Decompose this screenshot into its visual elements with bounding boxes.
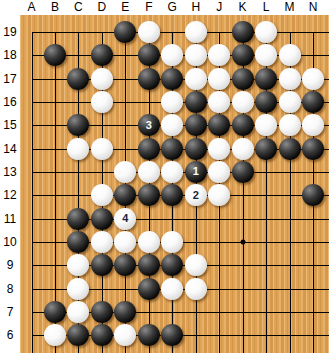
black-stone[interactable] [161,184,183,206]
white-stone[interactable] [91,68,113,90]
black-stone[interactable] [255,68,277,90]
black-stone[interactable] [138,184,160,206]
grid-line-h [32,32,329,33]
black-stone[interactable] [255,91,277,113]
black-stone[interactable] [161,254,183,276]
white-stone[interactable] [255,21,277,43]
go-board[interactable]: 3124 [20,15,329,353]
white-stone[interactable] [185,254,207,276]
white-stone[interactable] [279,91,301,113]
white-stone[interactable] [114,161,136,183]
row-label: 8 [7,282,14,296]
black-stone[interactable] [67,231,89,253]
white-stone[interactable] [302,68,324,90]
grid-line-v [32,32,33,353]
black-stone[interactable]: 3 [138,114,160,136]
row-label: 15 [3,118,16,132]
black-stone[interactable] [302,184,324,206]
row-label: 10 [3,235,16,249]
move-number-label: 3 [146,120,152,131]
black-stone[interactable] [138,278,160,300]
black-stone[interactable] [138,44,160,66]
white-stone[interactable] [185,44,207,66]
row-label: 7 [7,305,14,319]
black-stone[interactable] [208,114,230,136]
black-stone[interactable] [279,138,301,160]
black-stone[interactable] [91,254,113,276]
black-stone[interactable] [91,301,113,323]
row-label: 14 [3,142,16,156]
column-label: G [168,0,177,14]
black-stone[interactable] [138,68,160,90]
row-label: 9 [7,258,14,272]
white-stone[interactable] [91,91,113,113]
move-number-label: 1 [193,166,199,177]
white-stone[interactable] [232,91,254,113]
white-stone[interactable] [208,91,230,113]
white-stone[interactable] [161,91,183,113]
column-label: K [239,0,247,14]
white-stone[interactable] [255,44,277,66]
row-label: 17 [3,72,16,86]
white-stone[interactable] [67,138,89,160]
white-stone[interactable] [208,68,230,90]
black-stone[interactable] [232,114,254,136]
white-stone[interactable] [138,231,160,253]
white-stone[interactable] [255,114,277,136]
white-stone[interactable] [138,161,160,183]
black-stone[interactable] [138,254,160,276]
row-label: 16 [3,95,16,109]
white-stone[interactable]: 2 [185,184,207,206]
black-stone[interactable] [114,21,136,43]
black-stone[interactable] [161,68,183,90]
row-label: 11 [4,212,16,226]
column-label: L [263,0,270,14]
black-stone[interactable] [302,91,324,113]
white-stone[interactable] [67,254,89,276]
white-stone[interactable] [138,21,160,43]
column-label: E [121,0,129,14]
white-stone[interactable] [279,114,301,136]
white-stone[interactable] [232,138,254,160]
go-diagram: 3124 ABCDEFGHJKLMN1918171615141312111098… [0,0,329,353]
black-stone[interactable] [185,138,207,160]
row-label: 12 [3,188,16,202]
black-stone[interactable] [114,184,136,206]
black-stone[interactable] [91,44,113,66]
black-stone[interactable] [185,114,207,136]
black-stone[interactable] [67,208,89,230]
black-stone[interactable] [44,301,66,323]
column-label: H [191,0,200,14]
black-stone[interactable] [114,254,136,276]
white-stone[interactable] [185,68,207,90]
black-stone[interactable] [114,301,136,323]
column-label: N [309,0,318,14]
white-stone[interactable] [161,231,183,253]
black-stone[interactable] [67,324,89,346]
black-stone[interactable] [138,324,160,346]
white-stone[interactable] [208,44,230,66]
black-stone[interactable] [302,138,324,160]
white-stone[interactable] [114,231,136,253]
white-stone[interactable] [161,278,183,300]
column-label: B [51,0,59,14]
white-stone[interactable] [44,324,66,346]
white-stone[interactable] [161,44,183,66]
column-label: M [285,0,295,14]
white-stone[interactable] [67,278,89,300]
move-number-label: 4 [122,213,128,224]
black-stone[interactable] [232,21,254,43]
white-stone[interactable] [91,184,113,206]
column-label: C [74,0,83,14]
black-stone[interactable] [44,44,66,66]
white-stone[interactable]: 4 [114,208,136,230]
black-stone[interactable] [91,324,113,346]
white-stone[interactable] [302,114,324,136]
black-stone[interactable] [138,138,160,160]
white-stone[interactable] [67,301,89,323]
white-stone[interactable] [185,21,207,43]
row-label: 19 [3,25,16,39]
white-stone[interactable] [279,44,301,66]
white-stone[interactable] [208,161,230,183]
column-label: A [27,0,35,14]
black-stone[interactable] [232,44,254,66]
black-stone[interactable] [185,91,207,113]
black-stone[interactable] [91,208,113,230]
white-stone[interactable] [161,114,183,136]
row-label: 18 [3,48,16,62]
white-stone[interactable] [208,138,230,160]
white-stone[interactable] [91,138,113,160]
white-stone[interactable] [208,184,230,206]
black-stone[interactable]: 1 [185,161,207,183]
star-point [240,239,245,244]
move-number-label: 2 [193,190,199,201]
white-stone[interactable] [279,68,301,90]
black-stone[interactable] [232,68,254,90]
white-stone[interactable] [114,324,136,346]
row-label: 6 [7,328,14,342]
white-stone[interactable] [161,161,183,183]
black-stone[interactable] [161,324,183,346]
column-label: D [98,0,107,14]
row-label: 13 [3,165,16,179]
white-stone[interactable] [185,278,207,300]
black-stone[interactable] [161,138,183,160]
black-stone[interactable] [67,114,89,136]
black-stone[interactable] [67,68,89,90]
white-stone[interactable] [91,231,113,253]
black-stone[interactable] [232,161,254,183]
column-label: F [145,0,152,14]
black-stone[interactable] [255,138,277,160]
column-label: J [216,0,222,14]
